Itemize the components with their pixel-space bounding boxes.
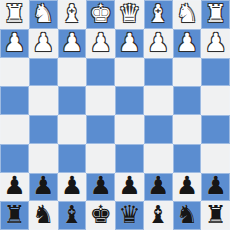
- square-f8[interactable]: ♝: [58, 201, 87, 230]
- piece-black-knight[interactable]: ♞: [176, 202, 198, 227]
- square-b6[interactable]: [173, 144, 202, 173]
- square-e5[interactable]: [86, 115, 115, 144]
- piece-white-knight[interactable]: ♞: [176, 1, 198, 26]
- piece-white-pawn[interactable]: ♟: [61, 30, 83, 55]
- square-f4[interactable]: [58, 86, 87, 115]
- square-f5[interactable]: [58, 115, 87, 144]
- square-a1[interactable]: ♜: [201, 0, 230, 29]
- square-h6[interactable]: [0, 144, 29, 173]
- square-d5[interactable]: [115, 115, 144, 144]
- square-d3[interactable]: [115, 58, 144, 87]
- piece-white-rook[interactable]: ♜: [3, 1, 25, 26]
- piece-white-queen[interactable]: ♛: [118, 1, 140, 26]
- square-c5[interactable]: [144, 115, 173, 144]
- square-b5[interactable]: [173, 115, 202, 144]
- square-e1[interactable]: ♚: [86, 0, 115, 29]
- square-a2[interactable]: ♟: [201, 29, 230, 58]
- piece-white-pawn[interactable]: ♟: [147, 30, 169, 55]
- piece-black-rook[interactable]: ♜: [3, 202, 25, 227]
- square-b7[interactable]: ♟: [173, 173, 202, 202]
- piece-white-king[interactable]: ♚: [89, 1, 111, 26]
- square-f2[interactable]: ♟: [58, 29, 87, 58]
- piece-black-pawn[interactable]: ♟: [61, 173, 83, 198]
- square-h1[interactable]: ♜: [0, 0, 29, 29]
- square-g5[interactable]: [29, 115, 58, 144]
- square-h3[interactable]: [0, 58, 29, 87]
- piece-white-pawn[interactable]: ♟: [32, 30, 54, 55]
- chess-board: ♜♞♝♚♛♝♞♜♟♟♟♟♟♟♟♟♟♟♟♟♟♟♟♟♜♞♝♚♛♝♞♜: [0, 0, 230, 230]
- piece-white-knight[interactable]: ♞: [32, 1, 54, 26]
- piece-white-pawn[interactable]: ♟: [118, 30, 140, 55]
- piece-black-queen[interactable]: ♛: [118, 202, 140, 227]
- piece-black-bishop[interactable]: ♝: [61, 202, 83, 227]
- square-c8[interactable]: ♝: [144, 201, 173, 230]
- piece-black-pawn[interactable]: ♟: [89, 173, 111, 198]
- square-g1[interactable]: ♞: [29, 0, 58, 29]
- square-c6[interactable]: [144, 144, 173, 173]
- square-g8[interactable]: ♞: [29, 201, 58, 230]
- square-e7[interactable]: ♟: [86, 173, 115, 202]
- square-c2[interactable]: ♟: [144, 29, 173, 58]
- piece-white-bishop[interactable]: ♝: [61, 1, 83, 26]
- square-a7[interactable]: ♟: [201, 173, 230, 202]
- square-c3[interactable]: [144, 58, 173, 87]
- square-g2[interactable]: ♟: [29, 29, 58, 58]
- piece-white-pawn[interactable]: ♟: [176, 30, 198, 55]
- square-h2[interactable]: ♟: [0, 29, 29, 58]
- square-b3[interactable]: [173, 58, 202, 87]
- piece-black-king[interactable]: ♚: [89, 202, 111, 227]
- square-g6[interactable]: [29, 144, 58, 173]
- square-e2[interactable]: ♟: [86, 29, 115, 58]
- square-a3[interactable]: [201, 58, 230, 87]
- square-g4[interactable]: [29, 86, 58, 115]
- square-c7[interactable]: ♟: [144, 173, 173, 202]
- piece-white-pawn[interactable]: ♟: [204, 30, 226, 55]
- piece-white-pawn[interactable]: ♟: [3, 30, 25, 55]
- square-d8[interactable]: ♛: [115, 201, 144, 230]
- square-f3[interactable]: [58, 58, 87, 87]
- square-d1[interactable]: ♛: [115, 0, 144, 29]
- square-g7[interactable]: ♟: [29, 173, 58, 202]
- square-e3[interactable]: [86, 58, 115, 87]
- square-b2[interactable]: ♟: [173, 29, 202, 58]
- piece-black-pawn[interactable]: ♟: [147, 173, 169, 198]
- piece-white-bishop[interactable]: ♝: [147, 1, 169, 26]
- square-b1[interactable]: ♞: [173, 0, 202, 29]
- piece-black-pawn[interactable]: ♟: [204, 173, 226, 198]
- square-a6[interactable]: [201, 144, 230, 173]
- piece-black-rook[interactable]: ♜: [204, 202, 226, 227]
- square-e8[interactable]: ♚: [86, 201, 115, 230]
- piece-white-pawn[interactable]: ♟: [89, 30, 111, 55]
- piece-black-pawn[interactable]: ♟: [3, 173, 25, 198]
- piece-black-bishop[interactable]: ♝: [147, 202, 169, 227]
- square-f7[interactable]: ♟: [58, 173, 87, 202]
- piece-black-knight[interactable]: ♞: [32, 202, 54, 227]
- square-e4[interactable]: [86, 86, 115, 115]
- piece-black-pawn[interactable]: ♟: [32, 173, 54, 198]
- piece-white-rook[interactable]: ♜: [204, 1, 226, 26]
- square-f6[interactable]: [58, 144, 87, 173]
- square-h4[interactable]: [0, 86, 29, 115]
- square-d7[interactable]: ♟: [115, 173, 144, 202]
- square-c1[interactable]: ♝: [144, 0, 173, 29]
- square-a5[interactable]: [201, 115, 230, 144]
- square-a8[interactable]: ♜: [201, 201, 230, 230]
- square-h8[interactable]: ♜: [0, 201, 29, 230]
- square-d2[interactable]: ♟: [115, 29, 144, 58]
- piece-black-pawn[interactable]: ♟: [118, 173, 140, 198]
- square-b8[interactable]: ♞: [173, 201, 202, 230]
- square-d6[interactable]: [115, 144, 144, 173]
- square-g3[interactable]: [29, 58, 58, 87]
- square-d4[interactable]: [115, 86, 144, 115]
- square-e6[interactable]: [86, 144, 115, 173]
- square-h5[interactable]: [0, 115, 29, 144]
- square-c4[interactable]: [144, 86, 173, 115]
- square-f1[interactable]: ♝: [58, 0, 87, 29]
- square-b4[interactable]: [173, 86, 202, 115]
- square-h7[interactable]: ♟: [0, 173, 29, 202]
- square-a4[interactable]: [201, 86, 230, 115]
- piece-black-pawn[interactable]: ♟: [176, 173, 198, 198]
